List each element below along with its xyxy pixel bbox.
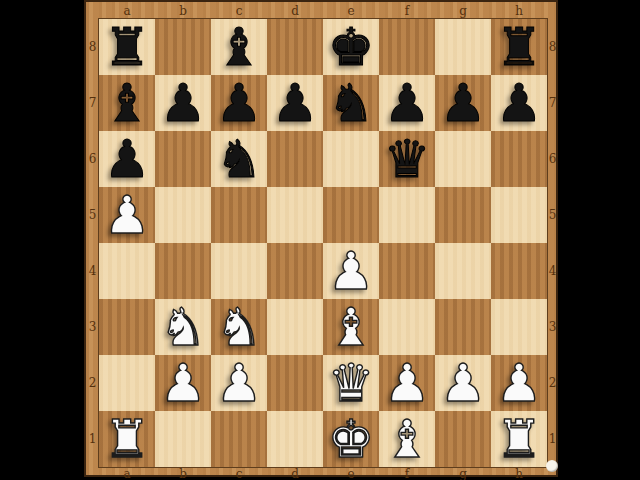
- piece-white-king[interactable]: ♚: [328, 411, 375, 467]
- rank-label-3: 3: [87, 299, 98, 355]
- square-e3[interactable]: ♝: [323, 299, 379, 355]
- square-a8[interactable]: ♜: [99, 19, 155, 75]
- piece-black-pawn[interactable]: ♟: [272, 75, 319, 131]
- file-label-b: b: [155, 467, 211, 480]
- square-g5[interactable]: [435, 187, 491, 243]
- square-g2[interactable]: ♟: [435, 355, 491, 411]
- square-c7[interactable]: ♟: [211, 75, 267, 131]
- square-c6[interactable]: ♞: [211, 131, 267, 187]
- white-to-move-indicator: [546, 460, 558, 472]
- piece-black-pawn[interactable]: ♟: [160, 75, 207, 131]
- rank-label-8: 8: [547, 19, 558, 75]
- piece-black-bishop[interactable]: ♝: [104, 75, 151, 131]
- square-b4[interactable]: [155, 243, 211, 299]
- file-label-d: d: [267, 4, 323, 18]
- rank-label-3: 3: [547, 299, 558, 355]
- square-c3[interactable]: ♞: [211, 299, 267, 355]
- square-g8[interactable]: [435, 19, 491, 75]
- rank-label-7: 7: [547, 75, 558, 131]
- piece-white-bishop[interactable]: ♝: [384, 411, 431, 467]
- piece-white-bishop[interactable]: ♝: [328, 299, 375, 355]
- square-d8[interactable]: [267, 19, 323, 75]
- rank-label-5: 5: [547, 187, 558, 243]
- square-b1[interactable]: [155, 411, 211, 467]
- file-label-b: b: [155, 4, 211, 18]
- square-b5[interactable]: [155, 187, 211, 243]
- square-a4[interactable]: [99, 243, 155, 299]
- square-h7[interactable]: ♟: [491, 75, 547, 131]
- piece-white-pawn[interactable]: ♟: [496, 355, 543, 411]
- square-f5[interactable]: [379, 187, 435, 243]
- file-label-g: g: [435, 467, 491, 480]
- piece-black-king[interactable]: ♚: [328, 19, 375, 75]
- square-f3[interactable]: [379, 299, 435, 355]
- chess-board: ♜♝♚♜♝♟♟♟♞♟♟♟♟♞♛♟♟♞♞♝♟♟♛♟♟♟♜♚♝♜: [99, 19, 547, 467]
- square-g6[interactable]: [435, 131, 491, 187]
- square-g7[interactable]: ♟: [435, 75, 491, 131]
- square-d4[interactable]: [267, 243, 323, 299]
- piece-black-pawn[interactable]: ♟: [496, 75, 543, 131]
- file-labels-bottom: abcdefgh: [99, 467, 547, 480]
- piece-white-knight[interactable]: ♞: [216, 299, 263, 355]
- rank-label-7: 7: [87, 75, 98, 131]
- square-h5[interactable]: [491, 187, 547, 243]
- square-a5[interactable]: ♟: [99, 187, 155, 243]
- rank-labels-right: 87654321: [547, 19, 558, 467]
- chess-board-frame: abcdefgh abcdefgh 87654321 87654321 ♜♝♚♜…: [84, 0, 558, 477]
- square-d6[interactable]: [267, 131, 323, 187]
- file-labels-top: abcdefgh: [99, 4, 547, 18]
- rank-label-4: 4: [547, 243, 558, 299]
- square-b3[interactable]: ♞: [155, 299, 211, 355]
- square-c1[interactable]: [211, 411, 267, 467]
- rank-labels-left: 87654321: [87, 19, 98, 467]
- piece-black-pawn[interactable]: ♟: [440, 75, 487, 131]
- square-h2[interactable]: ♟: [491, 355, 547, 411]
- piece-white-pawn[interactable]: ♟: [160, 355, 207, 411]
- square-b6[interactable]: [155, 131, 211, 187]
- square-b7[interactable]: ♟: [155, 75, 211, 131]
- rank-label-2: 2: [87, 355, 98, 411]
- file-label-f: f: [379, 4, 435, 18]
- piece-black-rook[interactable]: ♜: [104, 19, 151, 75]
- square-f6[interactable]: ♛: [379, 131, 435, 187]
- piece-black-pawn[interactable]: ♟: [216, 75, 263, 131]
- piece-white-pawn[interactable]: ♟: [216, 355, 263, 411]
- piece-white-pawn[interactable]: ♟: [328, 243, 375, 299]
- square-h8[interactable]: ♜: [491, 19, 547, 75]
- piece-black-knight[interactable]: ♞: [216, 131, 263, 187]
- square-d1[interactable]: [267, 411, 323, 467]
- square-e8[interactable]: ♚: [323, 19, 379, 75]
- piece-white-rook[interactable]: ♜: [104, 411, 151, 467]
- square-e1[interactable]: ♚: [323, 411, 379, 467]
- piece-black-bishop[interactable]: ♝: [216, 19, 263, 75]
- square-c5[interactable]: [211, 187, 267, 243]
- square-g4[interactable]: [435, 243, 491, 299]
- square-d2[interactable]: [267, 355, 323, 411]
- square-a2[interactable]: [99, 355, 155, 411]
- piece-white-pawn[interactable]: ♟: [440, 355, 487, 411]
- file-label-c: c: [211, 4, 267, 18]
- square-a6[interactable]: ♟: [99, 131, 155, 187]
- rank-label-6: 6: [87, 131, 98, 187]
- square-h4[interactable]: [491, 243, 547, 299]
- piece-white-pawn[interactable]: ♟: [104, 187, 151, 243]
- file-label-e: e: [323, 4, 379, 18]
- square-g1[interactable]: [435, 411, 491, 467]
- square-b2[interactable]: ♟: [155, 355, 211, 411]
- square-e5[interactable]: [323, 187, 379, 243]
- piece-white-pawn[interactable]: ♟: [384, 355, 431, 411]
- square-a7[interactable]: ♝: [99, 75, 155, 131]
- piece-white-queen[interactable]: ♛: [328, 355, 375, 411]
- square-c4[interactable]: [211, 243, 267, 299]
- file-label-a: a: [99, 4, 155, 18]
- rank-label-5: 5: [87, 187, 98, 243]
- square-d5[interactable]: [267, 187, 323, 243]
- file-label-h: h: [491, 4, 547, 18]
- square-e4[interactable]: ♟: [323, 243, 379, 299]
- square-f7[interactable]: ♟: [379, 75, 435, 131]
- square-f1[interactable]: ♝: [379, 411, 435, 467]
- square-d3[interactable]: [267, 299, 323, 355]
- square-f4[interactable]: [379, 243, 435, 299]
- square-d7[interactable]: ♟: [267, 75, 323, 131]
- rank-label-2: 2: [547, 355, 558, 411]
- piece-black-pawn[interactable]: ♟: [384, 75, 431, 131]
- rank-label-4: 4: [87, 243, 98, 299]
- rank-label-1: 1: [547, 411, 558, 467]
- square-e7[interactable]: ♞: [323, 75, 379, 131]
- piece-black-knight[interactable]: ♞: [328, 75, 375, 131]
- square-e2[interactable]: ♛: [323, 355, 379, 411]
- square-e6[interactable]: [323, 131, 379, 187]
- square-c8[interactable]: ♝: [211, 19, 267, 75]
- square-c2[interactable]: ♟: [211, 355, 267, 411]
- file-label-g: g: [435, 4, 491, 18]
- square-h6[interactable]: [491, 131, 547, 187]
- square-g3[interactable]: [435, 299, 491, 355]
- file-label-d: d: [267, 467, 323, 480]
- piece-black-pawn[interactable]: ♟: [104, 131, 151, 187]
- rank-label-8: 8: [87, 19, 98, 75]
- rank-label-1: 1: [87, 411, 98, 467]
- square-f2[interactable]: ♟: [379, 355, 435, 411]
- rank-label-6: 6: [547, 131, 558, 187]
- piece-black-rook[interactable]: ♜: [496, 19, 543, 75]
- piece-white-rook[interactable]: ♜: [496, 411, 543, 467]
- piece-white-knight[interactable]: ♞: [160, 299, 207, 355]
- square-a1[interactable]: ♜: [99, 411, 155, 467]
- square-h1[interactable]: ♜: [491, 411, 547, 467]
- square-f8[interactable]: [379, 19, 435, 75]
- square-b8[interactable]: [155, 19, 211, 75]
- piece-black-queen[interactable]: ♛: [384, 131, 431, 187]
- square-h3[interactable]: [491, 299, 547, 355]
- file-label-c: c: [211, 467, 267, 480]
- square-a3[interactable]: [99, 299, 155, 355]
